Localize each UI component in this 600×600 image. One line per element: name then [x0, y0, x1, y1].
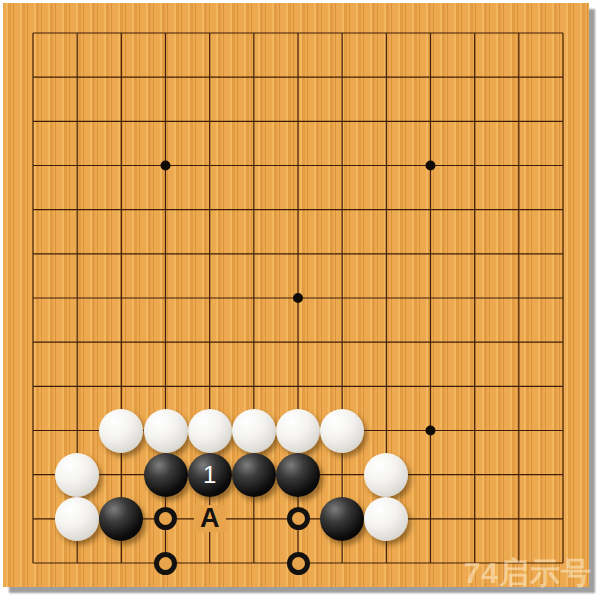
black-stone [276, 453, 320, 497]
star-point [293, 293, 303, 303]
white-stone [55, 497, 99, 541]
white-stone [188, 409, 232, 453]
go-board[interactable]: A1 [3, 3, 589, 587]
diagram-frame: A1 74启示号 [0, 0, 600, 600]
white-stone [276, 409, 320, 453]
white-stone [364, 453, 408, 497]
white-stone [144, 409, 188, 453]
star-point [426, 426, 436, 436]
black-stone [320, 497, 364, 541]
white-stone [364, 497, 408, 541]
star-point [426, 161, 436, 171]
star-point [161, 161, 171, 171]
white-stone [99, 409, 143, 453]
circle-marker [287, 552, 310, 575]
black-stone [188, 453, 232, 497]
grid-lines [3, 3, 589, 587]
white-stone [55, 453, 99, 497]
circle-marker [287, 507, 310, 530]
watermark: 74启示号 [464, 553, 592, 594]
white-stone [320, 409, 364, 453]
black-stone [144, 453, 188, 497]
black-stone [99, 497, 143, 541]
circle-marker [154, 552, 177, 575]
point-label-A: A [194, 505, 226, 532]
black-stone [232, 453, 276, 497]
white-stone [232, 409, 276, 453]
